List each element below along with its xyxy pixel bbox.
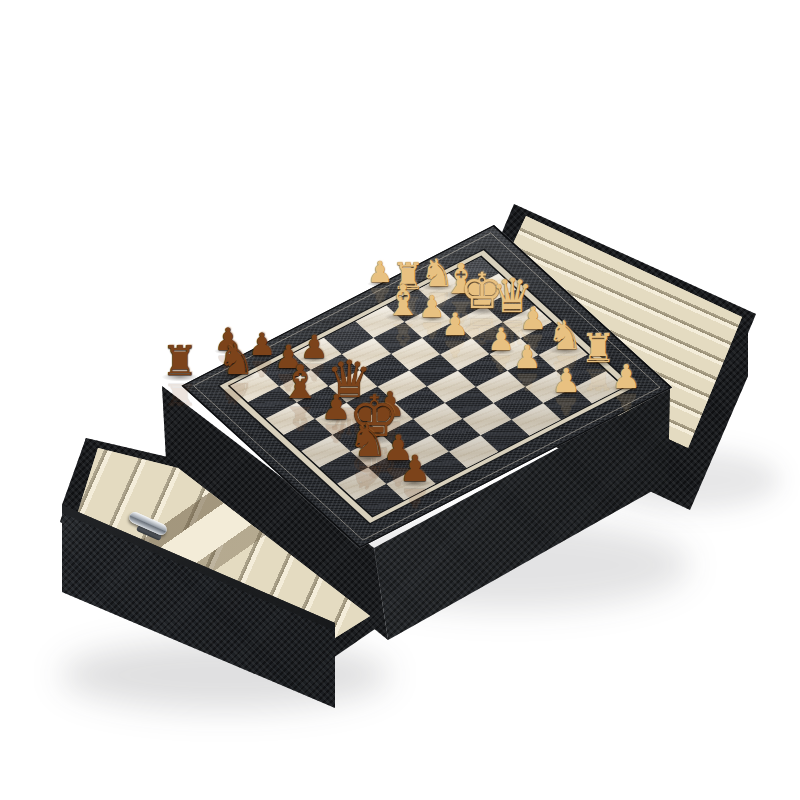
piece-dark-bishop-d2[interactable]: ♝ (279, 359, 320, 405)
piece-light-pawn-g7[interactable]: ♟ (551, 364, 581, 397)
piece-light-pawn-h8[interactable]: ♟ (611, 360, 641, 393)
piece-light-pawn-e7[interactable]: ♟ (513, 341, 542, 373)
piece-light-knight-f8[interactable]: ♞ (547, 315, 583, 355)
piece-light-pawn-d7[interactable]: ♟ (487, 324, 515, 355)
piece-dark-knight-b1[interactable]: ♞ (217, 339, 255, 381)
piece-light-bishop-b6[interactable]: ♝ (384, 280, 422, 322)
piece-dark-pawn-h1[interactable]: ♟ (399, 451, 431, 487)
piece-light-pawn-e8[interactable]: ♟ (519, 303, 547, 334)
piece-dark-rook-a1[interactable]: ♜ (162, 341, 199, 382)
piece-dark-pawn-e2[interactable]: ♟ (321, 390, 351, 424)
product-scene: ♞♞♝♝♚♚♛♛♟♟♞♞♜♜♟♟♜♜♟♟♟♟♟♟♟♟♟♟♟♟♝♝♜♜♞♞♟♟♟♟… (0, 0, 800, 800)
piece-light-pawn-c7[interactable]: ♟ (441, 309, 469, 340)
